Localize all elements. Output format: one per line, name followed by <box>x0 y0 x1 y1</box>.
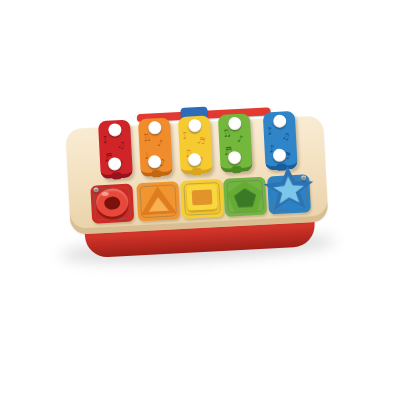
square-face <box>192 189 213 205</box>
triangle-face <box>148 197 169 212</box>
pentagon-face <box>234 188 257 208</box>
peg-knob <box>108 123 122 137</box>
xylophone-bar-blue: ♪ ♫ ♪ ♬ <box>263 111 298 171</box>
peg-knob <box>148 121 162 135</box>
mounting-peg <box>276 163 286 171</box>
xylophone-bar-orange: ♫ ♪ ♩ ♫ <box>138 117 173 177</box>
peg-knob <box>108 157 122 171</box>
music-note-icon: ♪ <box>265 125 275 137</box>
peg-knob <box>228 117 242 131</box>
mounting-peg <box>152 170 162 178</box>
music-note-icon: ♪ <box>100 134 110 146</box>
xylophone-bar-yellow: ♪ ♬ ♫ ♪ <box>178 115 213 175</box>
page-background: { "game": "toy-xylophone-shape-sorter (n… <box>0 0 400 400</box>
music-note-icon: ♬ <box>196 136 206 146</box>
music-note-icon: ♫ <box>281 132 291 142</box>
peg-knob <box>188 153 202 167</box>
square-shape <box>186 184 217 211</box>
shape-tile-pentagon <box>223 177 267 217</box>
mounting-peg <box>112 172 122 180</box>
music-note-icon: ♪ <box>236 134 243 144</box>
music-note-icon: ♪ <box>156 139 163 149</box>
peg-knob <box>273 114 287 128</box>
xylophone-toy: ♪ ♫ ♬ ♪ ♫ ♪ ♩ ♫ ♪ ♬ ♫ ♪ ♫ ♪ ♬ ♩ ♪ ♫ ♪ ♬ <box>52 85 349 270</box>
music-note-icon: ♪ <box>180 130 190 142</box>
peg-knob <box>228 151 242 165</box>
shape-tile-triangle <box>136 181 180 221</box>
mounting-peg <box>192 168 202 176</box>
circle-hole <box>104 196 121 210</box>
music-note-icon: ♫ <box>116 140 126 150</box>
xylophone-bar-red: ♪ ♫ ♬ ♪ <box>98 120 133 180</box>
peg-knob <box>148 155 162 169</box>
mounting-peg <box>231 166 241 174</box>
shape-tile-square <box>180 179 224 219</box>
peg-knob <box>188 119 202 133</box>
peg-knob <box>273 148 287 162</box>
xylophone-bar-green: ♫ ♪ ♬ ♩ <box>218 113 253 173</box>
